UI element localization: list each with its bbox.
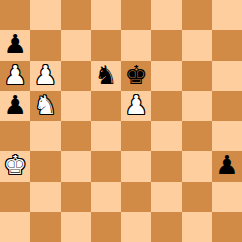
square-g7[interactable] [182, 30, 212, 60]
square-a2[interactable] [0, 182, 30, 212]
square-c8[interactable] [61, 0, 91, 30]
square-e4[interactable] [121, 121, 151, 151]
white-knight[interactable]: ♞ [34, 92, 57, 118]
white-king[interactable]: ♚ [3, 152, 26, 178]
square-g3[interactable] [182, 151, 212, 181]
square-e8[interactable] [121, 0, 151, 30]
square-g2[interactable] [182, 182, 212, 212]
square-d6[interactable]: ♞ [91, 61, 121, 91]
chess-board: ♟♟♟♞♚♟♞♟♚♟ [0, 0, 242, 242]
square-a5[interactable]: ♟ [0, 91, 30, 121]
square-b2[interactable] [30, 182, 60, 212]
square-b8[interactable] [30, 0, 60, 30]
square-g8[interactable] [182, 0, 212, 30]
square-h7[interactable] [212, 30, 242, 60]
square-h2[interactable] [212, 182, 242, 212]
white-pawn[interactable]: ♟ [3, 62, 26, 88]
square-f2[interactable] [151, 182, 181, 212]
square-c2[interactable] [61, 182, 91, 212]
white-pawn[interactable]: ♟ [34, 62, 57, 88]
square-h4[interactable] [212, 121, 242, 151]
square-c1[interactable] [61, 212, 91, 242]
square-a6[interactable]: ♟ [0, 61, 30, 91]
square-h5[interactable] [212, 91, 242, 121]
square-e1[interactable] [121, 212, 151, 242]
square-b4[interactable] [30, 121, 60, 151]
square-h8[interactable] [212, 0, 242, 30]
square-f7[interactable] [151, 30, 181, 60]
square-d8[interactable] [91, 0, 121, 30]
black-pawn[interactable]: ♟ [215, 152, 238, 178]
square-b5[interactable]: ♞ [30, 91, 60, 121]
square-h6[interactable] [212, 61, 242, 91]
square-e2[interactable] [121, 182, 151, 212]
square-e7[interactable] [121, 30, 151, 60]
square-d3[interactable] [91, 151, 121, 181]
square-h1[interactable] [212, 212, 242, 242]
square-f1[interactable] [151, 212, 181, 242]
square-b1[interactable] [30, 212, 60, 242]
square-d7[interactable] [91, 30, 121, 60]
square-e5[interactable]: ♟ [121, 91, 151, 121]
square-f4[interactable] [151, 121, 181, 151]
black-king[interactable]: ♚ [124, 62, 147, 88]
square-d1[interactable] [91, 212, 121, 242]
square-d2[interactable] [91, 182, 121, 212]
square-a8[interactable] [0, 0, 30, 30]
square-h3[interactable]: ♟ [212, 151, 242, 181]
square-c6[interactable] [61, 61, 91, 91]
square-f6[interactable] [151, 61, 181, 91]
square-g5[interactable] [182, 91, 212, 121]
square-f8[interactable] [151, 0, 181, 30]
square-g1[interactable] [182, 212, 212, 242]
square-f5[interactable] [151, 91, 181, 121]
square-b7[interactable] [30, 30, 60, 60]
square-g6[interactable] [182, 61, 212, 91]
square-e3[interactable] [121, 151, 151, 181]
black-pawn[interactable]: ♟ [3, 31, 26, 57]
square-c3[interactable] [61, 151, 91, 181]
square-a4[interactable] [0, 121, 30, 151]
square-g4[interactable] [182, 121, 212, 151]
square-a1[interactable] [0, 212, 30, 242]
square-c5[interactable] [61, 91, 91, 121]
black-pawn[interactable]: ♟ [3, 92, 26, 118]
square-e6[interactable]: ♚ [121, 61, 151, 91]
square-a7[interactable]: ♟ [0, 30, 30, 60]
square-a3[interactable]: ♚ [0, 151, 30, 181]
white-pawn[interactable]: ♟ [124, 92, 147, 118]
square-d5[interactable] [91, 91, 121, 121]
square-c4[interactable] [61, 121, 91, 151]
black-knight[interactable]: ♞ [94, 62, 117, 88]
square-f3[interactable] [151, 151, 181, 181]
square-b3[interactable] [30, 151, 60, 181]
square-d4[interactable] [91, 121, 121, 151]
square-b6[interactable]: ♟ [30, 61, 60, 91]
square-c7[interactable] [61, 30, 91, 60]
